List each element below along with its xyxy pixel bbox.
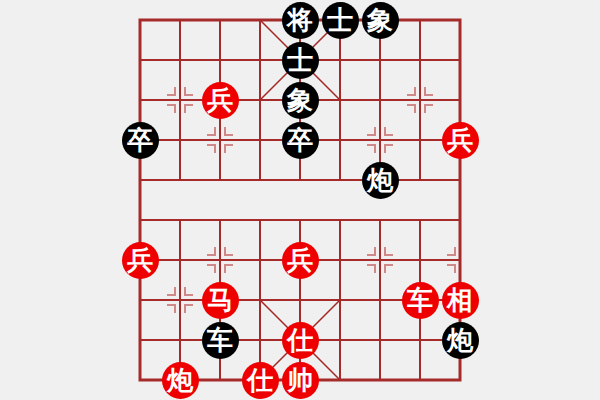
point-marker-bracket — [224, 144, 233, 153]
point-marker-bracket — [167, 287, 176, 296]
piece-glyph: 车 — [407, 282, 433, 319]
piece-red-pawn[interactable]: 兵 — [442, 122, 479, 159]
point-marker-bracket — [367, 247, 376, 256]
point-marker-bracket — [224, 247, 233, 256]
piece-glyph: 象 — [287, 82, 313, 119]
piece-glyph: 兵 — [287, 242, 313, 279]
piece-glyph: 卒 — [287, 122, 313, 159]
point-marker — [407, 87, 433, 113]
piece-red-general[interactable]: 帅 — [282, 362, 319, 399]
piece-glyph: 士 — [327, 2, 353, 39]
piece-black-pawn[interactable]: 卒 — [122, 122, 159, 159]
piece-grid: 将士象士象兵卒卒兵炮兵兵马车相车仕炮炮仕帅 — [120, 0, 480, 400]
piece-glyph: 士 — [287, 42, 313, 79]
point-marker-bracket — [384, 247, 393, 256]
piece-black-chariot[interactable]: 车 — [202, 322, 239, 359]
piece-glyph: 炮 — [367, 162, 393, 199]
point-marker — [367, 127, 393, 153]
piece-black-pawn[interactable]: 卒 — [282, 122, 319, 159]
point-marker-bracket — [224, 264, 233, 273]
piece-black-cannon[interactable]: 炮 — [362, 162, 399, 199]
point-marker-bracket — [384, 144, 393, 153]
point-marker-bracket — [167, 304, 176, 313]
piece-red-advisor[interactable]: 仕 — [242, 362, 279, 399]
piece-red-advisor[interactable]: 仕 — [282, 322, 319, 359]
piece-glyph: 将 — [287, 2, 313, 39]
piece-black-advisor[interactable]: 士 — [322, 2, 359, 39]
point-marker — [447, 247, 473, 273]
point-marker-bracket — [207, 264, 216, 273]
piece-glyph: 马 — [207, 282, 233, 319]
piece-glyph: 仕 — [287, 322, 313, 359]
piece-glyph: 炮 — [447, 322, 473, 359]
point-marker-bracket — [167, 104, 176, 113]
xiangqi-board: 将士象士象兵卒卒兵炮兵兵马车相车仕炮炮仕帅 — [0, 0, 600, 400]
point-marker — [207, 247, 233, 273]
piece-red-elephant[interactable]: 相 — [442, 282, 479, 319]
point-marker-bracket — [407, 87, 416, 96]
piece-glyph: 兵 — [207, 82, 233, 119]
piece-red-pawn[interactable]: 兵 — [282, 242, 319, 279]
piece-black-advisor[interactable]: 士 — [282, 42, 319, 79]
point-marker-bracket — [447, 264, 456, 273]
point-marker-bracket — [424, 104, 433, 113]
point-marker-bracket — [407, 104, 416, 113]
piece-red-horse[interactable]: 马 — [202, 282, 239, 319]
piece-red-pawn[interactable]: 兵 — [122, 242, 159, 279]
point-marker-bracket — [384, 127, 393, 136]
piece-black-elephant[interactable]: 象 — [362, 2, 399, 39]
piece-red-cannon[interactable]: 炮 — [162, 362, 199, 399]
point-marker-bracket — [184, 87, 193, 96]
point-marker-bracket — [207, 144, 216, 153]
piece-glyph: 仕 — [247, 362, 273, 399]
point-marker-bracket — [167, 87, 176, 96]
point-marker-bracket — [367, 127, 376, 136]
piece-red-pawn[interactable]: 兵 — [202, 82, 239, 119]
point-marker-bracket — [424, 87, 433, 96]
piece-black-elephant[interactable]: 象 — [282, 82, 319, 119]
piece-glyph: 车 — [207, 322, 233, 359]
piece-black-cannon[interactable]: 炮 — [442, 322, 479, 359]
point-marker-bracket — [367, 264, 376, 273]
point-marker-bracket — [207, 127, 216, 136]
point-marker-bracket — [184, 304, 193, 313]
point-marker-bracket — [384, 264, 393, 273]
piece-glyph: 相 — [447, 282, 473, 319]
point-marker — [367, 247, 393, 273]
point-marker-bracket — [367, 144, 376, 153]
point-marker-bracket — [207, 247, 216, 256]
point-marker-bracket — [224, 127, 233, 136]
piece-black-general[interactable]: 将 — [282, 2, 319, 39]
piece-glyph: 帅 — [287, 362, 313, 399]
point-marker — [167, 87, 193, 113]
piece-glyph: 兵 — [127, 242, 153, 279]
piece-red-chariot[interactable]: 车 — [402, 282, 439, 319]
point-marker-bracket — [447, 247, 456, 256]
piece-glyph: 卒 — [127, 122, 153, 159]
piece-glyph: 象 — [367, 2, 393, 39]
point-marker-bracket — [184, 104, 193, 113]
piece-glyph: 炮 — [167, 362, 193, 399]
piece-glyph: 兵 — [447, 122, 473, 159]
point-marker — [167, 287, 193, 313]
point-marker — [207, 127, 233, 153]
point-marker-bracket — [184, 287, 193, 296]
